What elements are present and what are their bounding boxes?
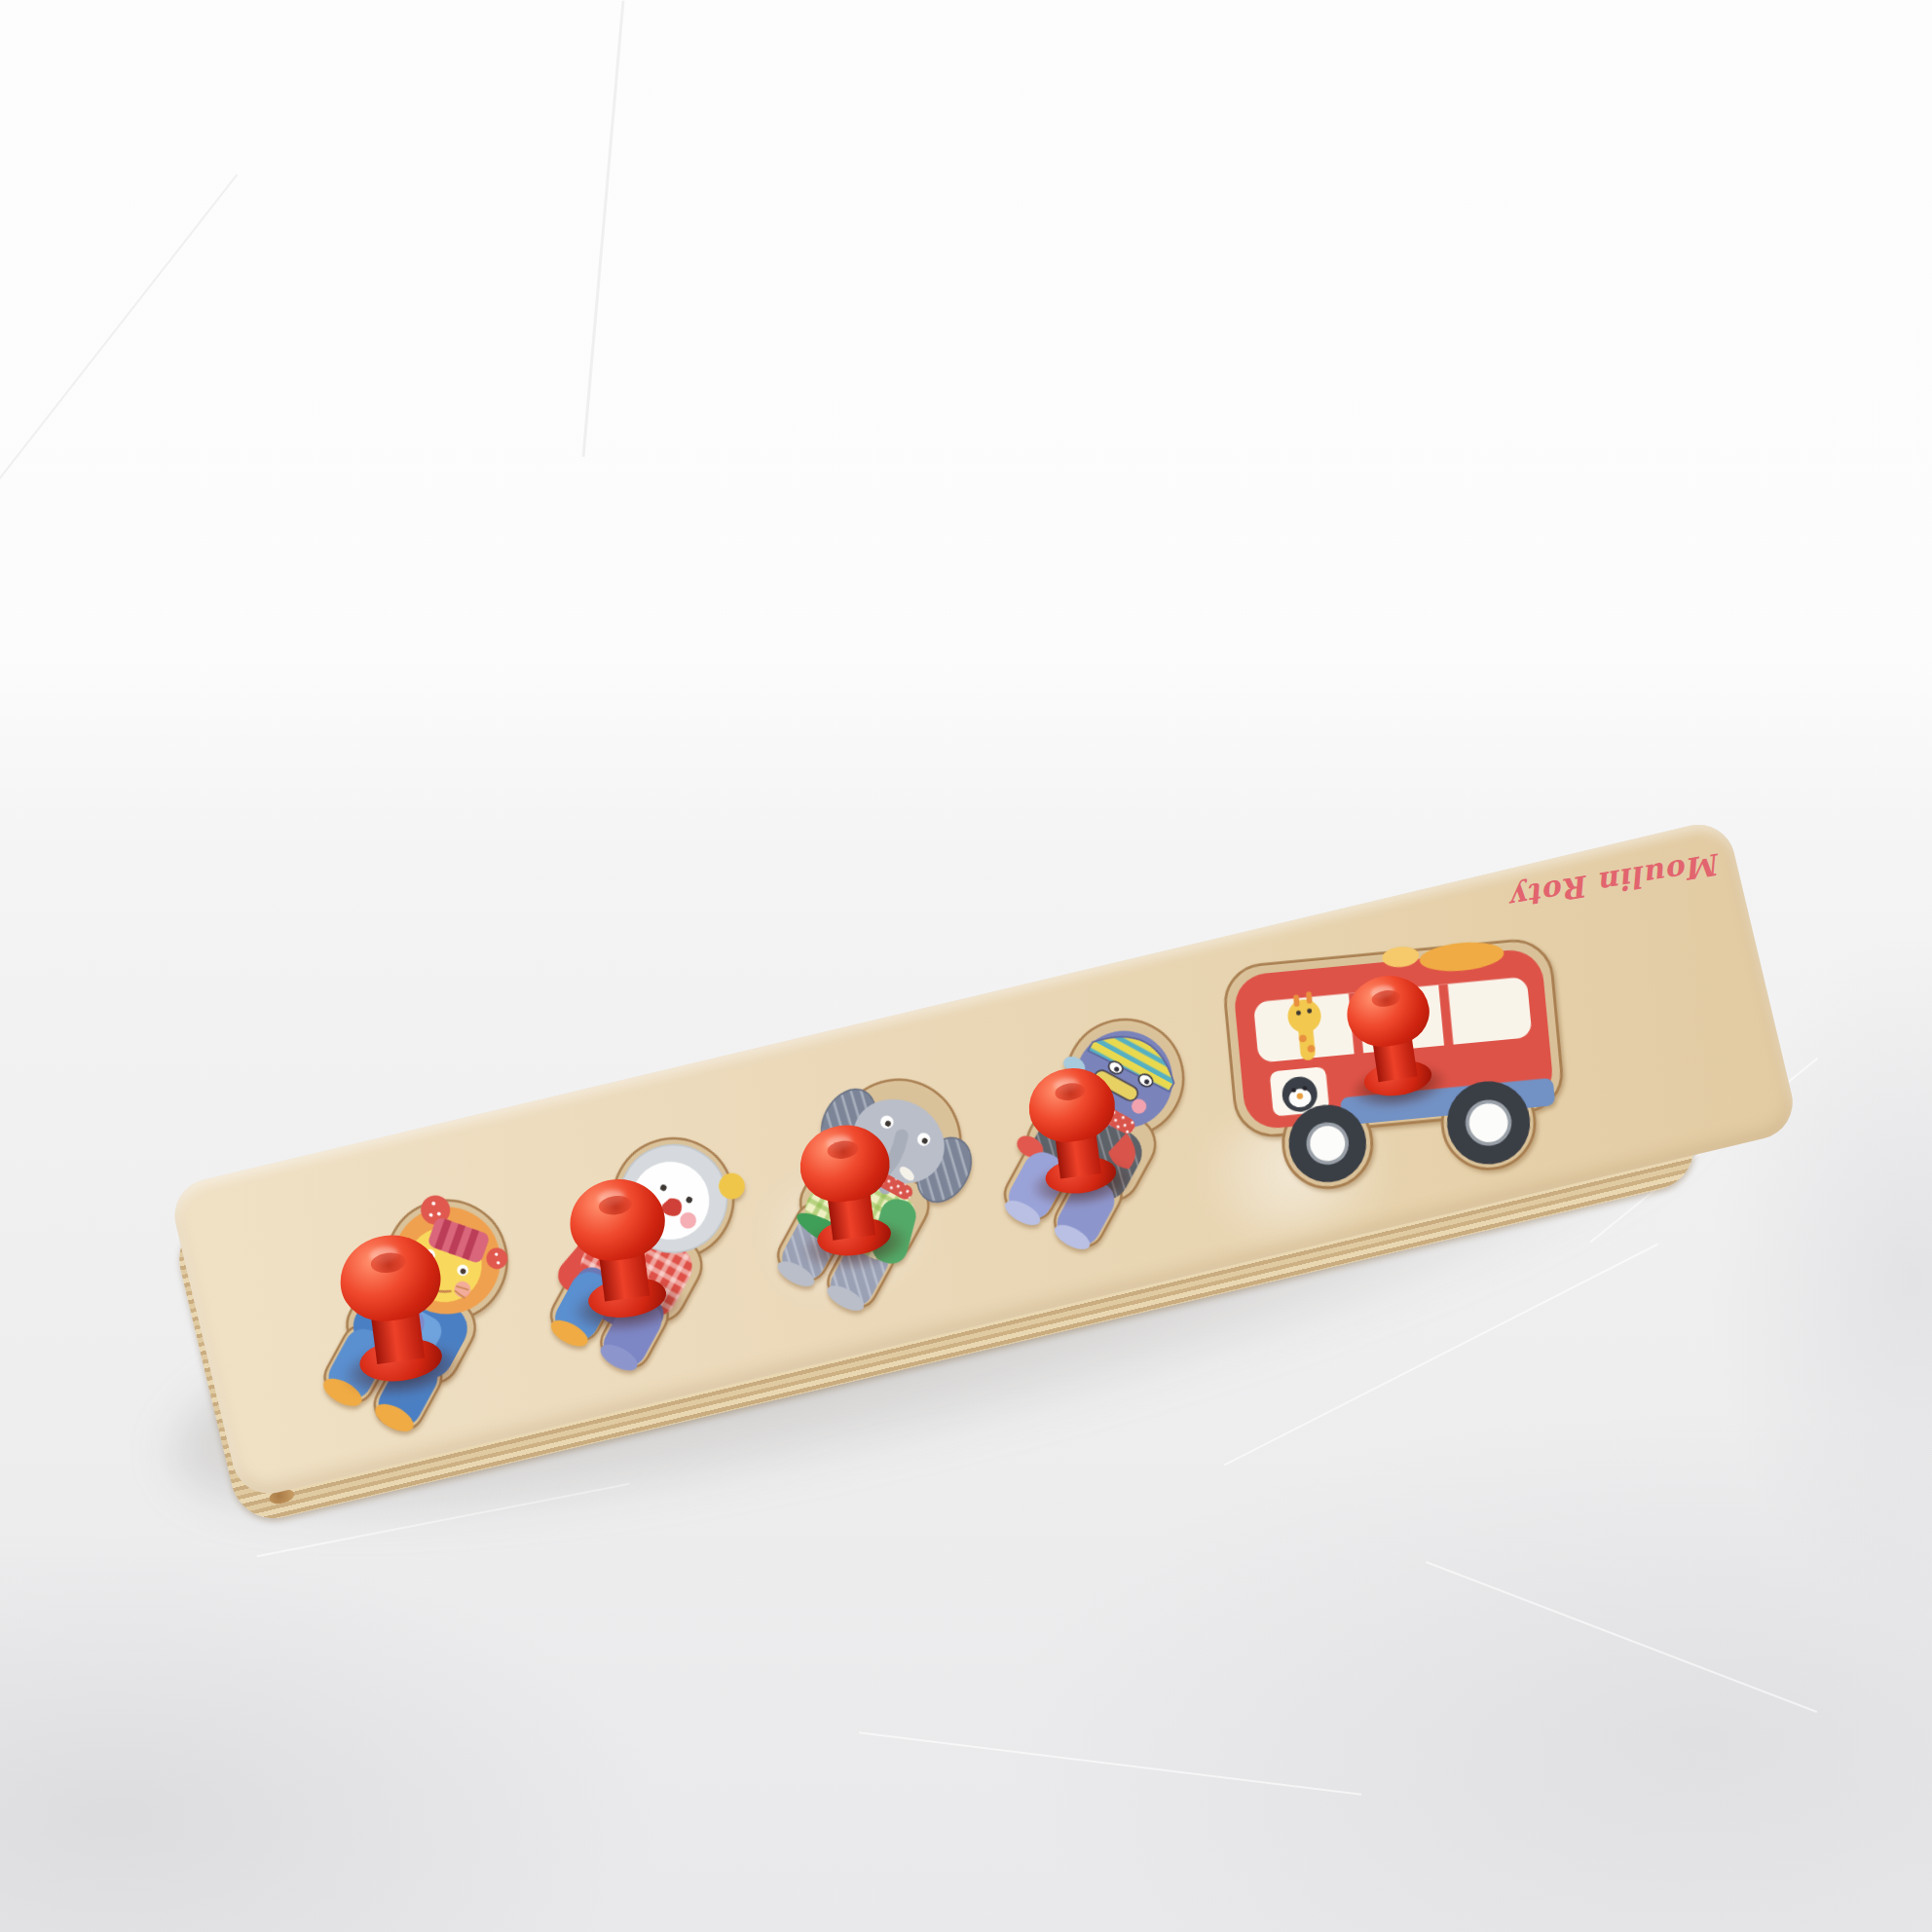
backdrop-crease xyxy=(0,174,238,606)
peg-knob-monkey[interactable] xyxy=(565,1173,679,1337)
peg-knob-beanie-bear[interactable] xyxy=(1023,1063,1127,1211)
knob-dome xyxy=(334,1229,444,1326)
puzzle-board: Moulin Roty xyxy=(167,845,1677,1482)
knob-dome xyxy=(565,1173,669,1266)
slot-tilt xyxy=(1207,896,1582,1205)
knob-dome xyxy=(1342,970,1433,1051)
floor-scratch xyxy=(1426,1561,1817,1713)
peg-knob-lion[interactable] xyxy=(334,1229,455,1402)
peg-knob-elephant[interactable] xyxy=(795,1120,902,1275)
brand-logo: Moulin Roty xyxy=(1508,846,1723,914)
studio-scene: Moulin Roty xyxy=(0,0,1932,1932)
puzzle-slot-beanie-bear xyxy=(960,983,1240,1273)
backdrop-crease xyxy=(582,1,625,457)
knob-dome xyxy=(795,1120,893,1207)
floor-scratch xyxy=(859,1731,1361,1795)
puzzle-slot-red-bus xyxy=(1182,873,1606,1227)
knob-dome xyxy=(1023,1063,1118,1147)
